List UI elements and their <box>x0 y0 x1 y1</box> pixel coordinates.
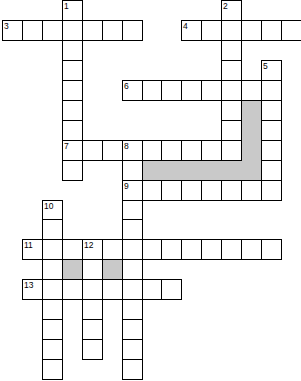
answer-cell-10-1[interactable] <box>201 20 222 41</box>
answer-cell-6-1[interactable] <box>122 20 143 41</box>
answer-cell-8-7[interactable] <box>161 140 182 161</box>
answer-cell-9-4[interactable] <box>181 80 202 101</box>
answer-cell-2-13[interactable] <box>42 259 63 280</box>
answer-cell-2-10[interactable] <box>42 200 63 220</box>
answer-cell-10-4[interactable] <box>201 80 222 101</box>
answer-cell-3-4[interactable] <box>62 80 83 101</box>
answer-cell-3-1[interactable] <box>62 20 83 41</box>
answer-cell-0-1[interactable] <box>2 20 23 41</box>
answer-cell-7-4[interactable] <box>142 80 162 101</box>
answer-cell-10-7[interactable] <box>201 140 222 161</box>
answer-cell-6-11[interactable] <box>122 219 143 240</box>
answer-cell-12-9[interactable] <box>241 180 262 201</box>
answer-cell-4-12[interactable] <box>82 239 103 260</box>
blocked-cell-12-8 <box>241 160 262 181</box>
answer-cell-13-12[interactable] <box>261 239 282 260</box>
answer-cell-14-1[interactable] <box>281 20 301 41</box>
answer-cell-13-4[interactable] <box>261 80 282 101</box>
answer-cell-5-1[interactable] <box>102 20 123 41</box>
answer-cell-3-7[interactable] <box>62 140 83 161</box>
answer-cell-10-12[interactable] <box>201 239 222 260</box>
answer-cell-13-8[interactable] <box>261 160 282 181</box>
answer-cell-4-15[interactable] <box>82 299 103 320</box>
answer-cell-1-1[interactable] <box>22 20 43 41</box>
answer-cell-7-12[interactable] <box>142 239 162 260</box>
answer-cell-4-7[interactable] <box>82 140 103 161</box>
answer-cell-6-13[interactable] <box>122 259 143 280</box>
answer-cell-13-9[interactable] <box>261 180 282 201</box>
blocked-cell-12-5 <box>241 100 262 121</box>
answer-cell-6-8[interactable] <box>122 160 143 181</box>
answer-cell-4-1[interactable] <box>82 20 103 41</box>
answer-cell-11-3[interactable] <box>221 60 242 81</box>
answer-cell-5-12[interactable] <box>102 239 123 260</box>
answer-cell-2-18[interactable] <box>42 359 63 380</box>
answer-cell-2-15[interactable] <box>42 299 63 320</box>
answer-cell-11-1[interactable] <box>221 20 242 41</box>
answer-cell-5-7[interactable] <box>102 140 123 161</box>
answer-cell-11-12[interactable] <box>221 239 242 260</box>
answer-cell-2-11[interactable] <box>42 219 63 240</box>
answer-cell-8-12[interactable] <box>161 239 182 260</box>
answer-cell-3-2[interactable] <box>62 40 83 61</box>
blocked-cell-11-8 <box>221 160 242 181</box>
blocked-cell-5-13 <box>102 259 123 280</box>
answer-cell-6-17[interactable] <box>122 339 143 360</box>
answer-cell-7-14[interactable] <box>142 279 162 300</box>
answer-cell-5-14[interactable] <box>102 279 123 300</box>
answer-cell-4-13[interactable] <box>82 259 103 280</box>
answer-cell-4-14[interactable] <box>82 279 103 300</box>
blocked-cell-3-13 <box>62 259 83 280</box>
answer-cell-7-9[interactable] <box>142 180 162 201</box>
answer-cell-2-16[interactable] <box>42 319 63 340</box>
answer-cell-1-14[interactable] <box>22 279 43 300</box>
answer-cell-2-17[interactable] <box>42 339 63 360</box>
answer-cell-3-0[interactable] <box>62 0 83 21</box>
blocked-cell-7-8 <box>142 160 162 181</box>
answer-cell-11-6[interactable] <box>221 120 242 141</box>
answer-cell-3-8[interactable] <box>62 160 83 181</box>
answer-cell-9-12[interactable] <box>181 239 202 260</box>
answer-cell-4-16[interactable] <box>82 319 103 340</box>
answer-cell-8-4[interactable] <box>161 80 182 101</box>
answer-cell-6-4[interactable] <box>122 80 143 101</box>
answer-cell-6-10[interactable] <box>122 200 143 220</box>
answer-cell-6-15[interactable] <box>122 299 143 320</box>
answer-cell-6-18[interactable] <box>122 359 143 380</box>
answer-cell-2-12[interactable] <box>42 239 63 260</box>
answer-cell-11-2[interactable] <box>221 40 242 61</box>
answer-cell-8-14[interactable] <box>161 279 182 300</box>
answer-cell-11-9[interactable] <box>221 180 242 201</box>
answer-cell-3-5[interactable] <box>62 100 83 121</box>
crossword-grid: 12345678910111213 <box>0 0 301 381</box>
answer-cell-13-6[interactable] <box>261 120 282 141</box>
blocked-cell-12-6 <box>241 120 262 141</box>
answer-cell-12-12[interactable] <box>241 239 262 260</box>
answer-cell-3-14[interactable] <box>62 279 83 300</box>
answer-cell-8-9[interactable] <box>161 180 182 201</box>
answer-cell-3-6[interactable] <box>62 120 83 141</box>
answer-cell-6-7[interactable] <box>122 140 143 161</box>
answer-cell-1-12[interactable] <box>22 239 43 260</box>
answer-cell-2-1[interactable] <box>42 20 63 41</box>
answer-cell-2-14[interactable] <box>42 279 63 300</box>
answer-cell-4-17[interactable] <box>82 339 103 360</box>
answer-cell-9-1[interactable] <box>181 20 202 41</box>
answer-cell-7-7[interactable] <box>142 140 162 161</box>
answer-cell-3-3[interactable] <box>62 60 83 81</box>
answer-cell-9-9[interactable] <box>181 180 202 201</box>
answer-cell-13-1[interactable] <box>261 20 282 41</box>
blocked-cell-9-8 <box>181 160 202 181</box>
answer-cell-11-4[interactable] <box>221 80 242 101</box>
answer-cell-6-16[interactable] <box>122 319 143 340</box>
answer-cell-12-1[interactable] <box>241 20 262 41</box>
answer-cell-13-3[interactable] <box>261 60 282 81</box>
answer-cell-12-4[interactable] <box>241 80 262 101</box>
blocked-cell-10-8 <box>201 160 222 181</box>
answer-cell-13-5[interactable] <box>261 100 282 121</box>
answer-cell-11-5[interactable] <box>221 100 242 121</box>
answer-cell-6-9[interactable] <box>122 180 143 201</box>
answer-cell-10-9[interactable] <box>201 180 222 201</box>
answer-cell-13-7[interactable] <box>261 140 282 161</box>
blocked-cell-12-7 <box>241 140 262 161</box>
answer-cell-11-0[interactable] <box>221 0 242 21</box>
answer-cell-6-14[interactable] <box>122 279 143 300</box>
answer-cell-9-7[interactable] <box>181 140 202 161</box>
blocked-cell-8-8 <box>161 160 182 181</box>
answer-cell-11-7[interactable] <box>221 140 242 161</box>
answer-cell-6-12[interactable] <box>122 239 143 260</box>
answer-cell-3-12[interactable] <box>62 239 83 260</box>
